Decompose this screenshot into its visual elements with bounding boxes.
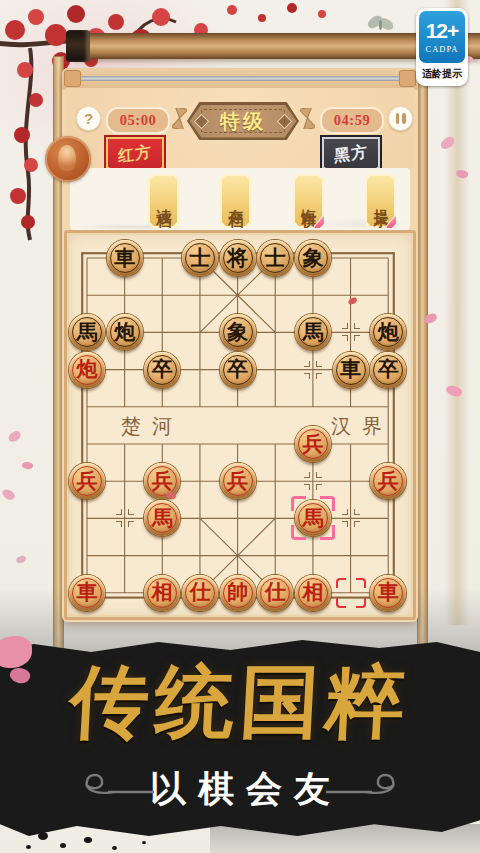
selected-piece-highlight xyxy=(291,496,335,540)
piece-red[interactable]: 車 xyxy=(69,575,105,611)
piece-red[interactable]: 兵 xyxy=(220,463,256,499)
board-pieces: 車士将士象馬炮象馬炮炮卒卒車卒兵兵兵兵兵馬馬車相仕帥仕相車 xyxy=(0,0,480,853)
piece-black[interactable]: 象 xyxy=(295,240,331,276)
piece-red[interactable]: 仕 xyxy=(182,575,218,611)
piece-black[interactable]: 士 xyxy=(257,240,293,276)
piece-black[interactable]: 車 xyxy=(333,352,369,388)
age-rating-blue-box: 12+ CADPA xyxy=(419,11,465,63)
piece-black[interactable]: 象 xyxy=(220,314,256,350)
piece-black[interactable]: 炮 xyxy=(107,314,143,350)
piece-black[interactable]: 馬 xyxy=(69,314,105,350)
piece-black[interactable]: 士 xyxy=(182,240,218,276)
piece-red[interactable]: 炮 xyxy=(69,352,105,388)
piece-red[interactable]: 仕 xyxy=(257,575,293,611)
piece-black[interactable]: 卒 xyxy=(370,352,406,388)
point-marker xyxy=(303,471,323,491)
last-move-origin-marker xyxy=(336,578,366,608)
piece-black[interactable]: 卒 xyxy=(144,352,180,388)
piece-red[interactable]: 車 xyxy=(370,575,406,611)
piece-black[interactable]: 将 xyxy=(220,240,256,276)
piece-black[interactable]: 卒 xyxy=(220,352,256,388)
piece-red[interactable]: 相 xyxy=(144,575,180,611)
point-marker xyxy=(303,360,323,380)
app-screen: 12+ CADPA 适龄提示 传统国粹 以棋会友 ? 05:0 xyxy=(0,0,480,853)
age-rating-org: CADPA xyxy=(425,44,458,54)
point-marker xyxy=(115,508,135,528)
piece-black[interactable]: 馬 xyxy=(295,314,331,350)
piece-red[interactable]: 兵 xyxy=(69,463,105,499)
piece-red[interactable]: 馬 xyxy=(144,500,180,536)
point-marker xyxy=(341,322,361,342)
piece-red[interactable]: 帥 xyxy=(220,575,256,611)
piece-black[interactable]: 炮 xyxy=(370,314,406,350)
piece-black[interactable]: 車 xyxy=(107,240,143,276)
piece-red[interactable]: 相 xyxy=(295,575,331,611)
age-rating-badge: 12+ CADPA 适龄提示 xyxy=(416,8,468,86)
age-rating-value: 12+ xyxy=(426,20,459,41)
piece-red[interactable]: 兵 xyxy=(370,463,406,499)
age-rating-label: 适龄提示 xyxy=(422,67,462,81)
point-marker xyxy=(341,508,361,528)
piece-red[interactable]: 兵 xyxy=(295,426,331,462)
